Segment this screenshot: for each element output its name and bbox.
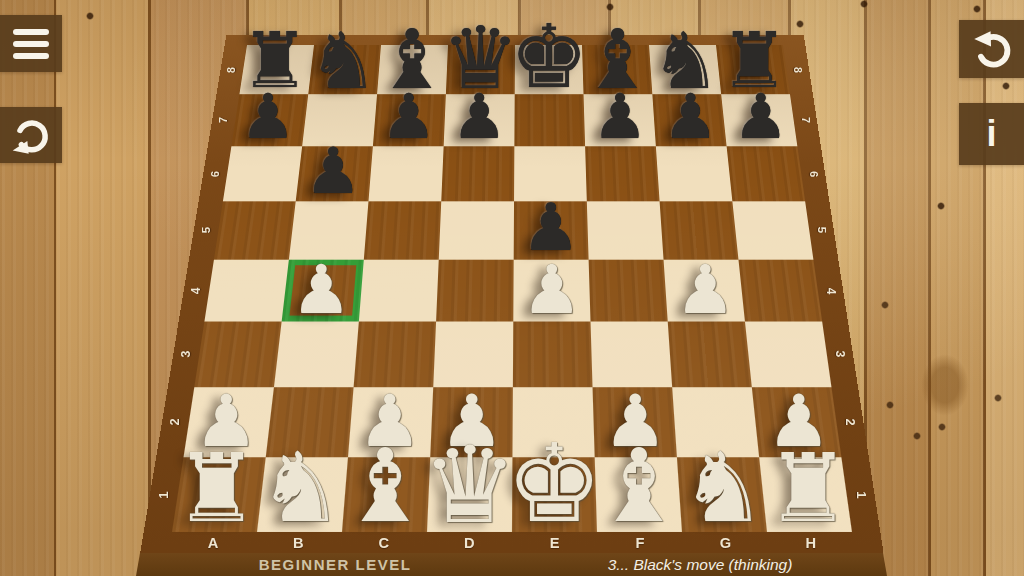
square-d4[interactable] [436,260,514,322]
hamburger-icon [13,29,49,59]
square-f3[interactable] [591,322,673,388]
rotate-arrow-icon [9,113,53,157]
piece-black-pawn-f7[interactable]: ♟ [592,86,648,148]
square-c6[interactable] [368,146,443,201]
square-h3[interactable] [745,322,832,388]
square-c5[interactable] [364,201,441,259]
piece-black-knight-b8[interactable]: ♞ [309,22,379,100]
square-b3[interactable] [274,322,359,388]
rank-label-left-6: 6 [209,171,221,177]
rank-label-right-3: 3 [833,351,847,358]
rank-label-left-1: 1 [156,491,171,498]
board-front-face: BEGINNER LEVEL 3... Black's move (thinki… [0,553,1024,576]
piece-black-pawn-h7[interactable]: ♟ [733,86,789,148]
piece-black-pawn-c7[interactable]: ♟ [381,86,437,148]
piece-white-knight-b1[interactable]: ♞ [258,440,344,536]
piece-black-pawn-b6[interactable]: ♟ [304,139,361,203]
rank-label-left-7: 7 [217,117,229,123]
rank-label-left-3: 3 [179,351,193,358]
rank-label-left-4: 4 [189,287,203,294]
square-e3[interactable] [513,322,593,388]
rank-label-left-8: 8 [225,67,237,73]
piece-white-bishop-f1[interactable]: ♝ [593,436,684,537]
info-icon: i [986,116,996,152]
reset-rotate-button[interactable] [0,107,62,163]
rank-label-left-5: 5 [200,227,212,233]
rank-label-right-7: 7 [800,117,812,123]
square-h5[interactable] [732,201,813,259]
piece-black-pawn-d7[interactable]: ♟ [451,86,507,148]
rank-label-left-2: 2 [168,419,182,426]
undo-button[interactable] [959,20,1024,78]
square-a3[interactable] [194,322,281,388]
piece-white-bishop-c1[interactable]: ♝ [340,436,431,537]
piece-white-knight-g1[interactable]: ♞ [680,440,766,536]
piece-black-pawn-g7[interactable]: ♟ [663,86,719,148]
undo-arrow-icon [969,26,1015,72]
piece-black-pawn-a7[interactable]: ♟ [240,86,296,148]
menu-button[interactable] [0,15,62,72]
difficulty-level-label: BEGINNER LEVEL [140,553,530,576]
piece-white-king-e1[interactable]: ♚ [506,430,603,538]
square-g3[interactable] [668,322,752,388]
square-g6[interactable] [656,146,733,201]
piece-white-pawn-g4[interactable]: ♟ [675,255,736,323]
square-a6[interactable] [223,146,302,201]
piece-white-rook-h1[interactable]: ♜ [765,441,850,536]
square-f6[interactable] [585,146,659,201]
piece-white-rook-a1[interactable]: ♜ [174,441,259,536]
square-f5[interactable] [587,201,664,259]
square-h4[interactable] [738,260,822,322]
square-c3[interactable] [354,322,436,388]
piece-white-queen-d1[interactable]: ♛ [422,431,517,537]
square-d3[interactable] [433,322,513,388]
piece-white-pawn-b4[interactable]: ♟ [291,255,352,323]
square-d5[interactable] [439,201,514,259]
rank-label-right-6: 6 [808,171,820,177]
rank-label-right-5: 5 [816,227,828,233]
chess-app-stage: 8877665544332211ABCDEFGH♜♞♝♛♚♝♞♜♟♟♟♟♟♟♟♟… [0,0,1024,576]
square-f4[interactable] [589,260,668,322]
rank-label-right-2: 2 [843,419,857,426]
piece-black-king-e8[interactable]: ♚ [510,14,589,102]
rank-label-right-8: 8 [792,67,804,73]
move-status-text: 3... Black's move (thinking) [520,553,880,576]
square-a4[interactable] [204,260,288,322]
rank-label-right-1: 1 [854,491,869,498]
piece-white-pawn-e4[interactable]: ♟ [521,255,582,323]
square-c4[interactable] [359,260,439,322]
square-h6[interactable] [727,146,806,201]
info-button[interactable]: i [959,103,1024,165]
square-d6[interactable] [441,146,514,201]
rank-label-right-4: 4 [824,287,838,294]
square-a5[interactable] [214,201,296,259]
